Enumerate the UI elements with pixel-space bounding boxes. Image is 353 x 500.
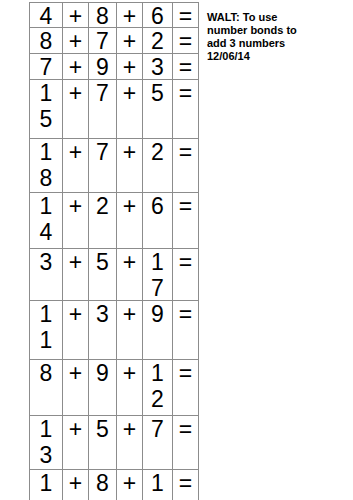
grid-cell-r7c4: + bbox=[117, 249, 143, 301]
grid-cell-r5c3: 7 bbox=[89, 139, 117, 193]
grid-cell-r10c5: 7 bbox=[143, 416, 173, 470]
grid-cell-r1c1: 4 bbox=[30, 3, 63, 28]
grid-cell-r11c6: = bbox=[173, 470, 199, 500]
grid-cell-r7c3: 5 bbox=[89, 249, 117, 301]
grid-cell-r2c5: 2 bbox=[143, 28, 173, 54]
walt-objective-text: WALT: To use number bonds to add 3 numbe… bbox=[207, 11, 352, 63]
grid-cell-r6c3: 2 bbox=[89, 193, 117, 249]
grid-cell-r5c5: 2 bbox=[143, 139, 173, 193]
grid-cell-r9c4: + bbox=[117, 360, 143, 416]
grid-cell-r10c3: 5 bbox=[89, 416, 117, 470]
grid-cell-r7c6: = bbox=[173, 249, 199, 301]
grid-cell-r10c6: = bbox=[173, 416, 199, 470]
grid-cell-r6c6: = bbox=[173, 193, 199, 249]
grid-cell-r8c3: 3 bbox=[89, 301, 117, 360]
grid-cell-r9c6: = bbox=[173, 360, 199, 416]
grid-cell-r6c2: + bbox=[63, 193, 89, 249]
grid-cell-r6c4: + bbox=[117, 193, 143, 249]
grid-cell-r8c6: = bbox=[173, 301, 199, 360]
grid-cell-r4c5: 5 bbox=[143, 80, 173, 139]
grid-cell-r10c4: + bbox=[117, 416, 143, 470]
grid-cell-r2c2: + bbox=[63, 28, 89, 54]
grid-cell-r11c3: 8 bbox=[89, 470, 117, 500]
grid-cell-r3c2: + bbox=[63, 54, 89, 80]
grid-cell-r9c1: 8 bbox=[30, 360, 63, 416]
grid-cell-r10c1: 1 3 bbox=[30, 416, 63, 470]
grid-cell-r3c6: = bbox=[173, 54, 199, 80]
grid-cell-r7c2: + bbox=[63, 249, 89, 301]
grid-cell-r1c2: + bbox=[63, 3, 89, 28]
grid-cell-r8c4: + bbox=[117, 301, 143, 360]
grid-cell-r8c1: 1 1 bbox=[30, 301, 63, 360]
grid-cell-r11c1: 1 bbox=[30, 470, 63, 500]
grid-cell-r2c6: = bbox=[173, 28, 199, 54]
grid-cell-r5c6: = bbox=[173, 139, 199, 193]
grid-cell-r5c1: 1 8 bbox=[30, 139, 63, 193]
addition-grid: 4+8+6=8+7+2=7+9+3=1 5+7+5=1 8+7+2=1 4+2+… bbox=[29, 2, 199, 500]
grid-cell-r4c2: + bbox=[63, 80, 89, 139]
grid-cell-r10c2: + bbox=[63, 416, 89, 470]
grid-cell-r9c5: 1 2 bbox=[143, 360, 173, 416]
grid-cell-r4c4: + bbox=[117, 80, 143, 139]
grid-cell-r11c2: + bbox=[63, 470, 89, 500]
grid-cell-r3c4: + bbox=[117, 54, 143, 80]
grid-cell-r5c4: + bbox=[117, 139, 143, 193]
grid-cell-r8c2: + bbox=[63, 301, 89, 360]
grid-cell-r8c5: 9 bbox=[143, 301, 173, 360]
grid-cell-r7c1: 3 bbox=[30, 249, 63, 301]
grid-cell-r6c1: 1 4 bbox=[30, 193, 63, 249]
grid-cell-r1c4: + bbox=[117, 3, 143, 28]
grid-cell-r4c1: 1 5 bbox=[30, 80, 63, 139]
grid-cell-r9c3: 9 bbox=[89, 360, 117, 416]
grid-cell-r1c6: = bbox=[173, 3, 199, 28]
grid-cell-r5c2: + bbox=[63, 139, 89, 193]
grid-cell-r4c6: = bbox=[173, 80, 199, 139]
worksheet-page: 4+8+6=8+7+2=7+9+3=1 5+7+5=1 8+7+2=1 4+2+… bbox=[0, 0, 353, 500]
grid-cell-r4c3: 7 bbox=[89, 80, 117, 139]
grid-cell-r1c3: 8 bbox=[89, 3, 117, 28]
grid-cell-r3c3: 9 bbox=[89, 54, 117, 80]
grid-cell-r2c4: + bbox=[117, 28, 143, 54]
grid-cell-r3c5: 3 bbox=[143, 54, 173, 80]
grid-cell-r7c5: 1 7 bbox=[143, 249, 173, 301]
grid-cell-r3c1: 7 bbox=[30, 54, 63, 80]
grid-cell-r11c4: + bbox=[117, 470, 143, 500]
grid-cell-r6c5: 6 bbox=[143, 193, 173, 249]
grid-cell-r11c5: 1 bbox=[143, 470, 173, 500]
grid-cell-r2c1: 8 bbox=[30, 28, 63, 54]
grid-cell-r2c3: 7 bbox=[89, 28, 117, 54]
grid-cell-r1c5: 6 bbox=[143, 3, 173, 28]
grid-cell-r9c2: + bbox=[63, 360, 89, 416]
